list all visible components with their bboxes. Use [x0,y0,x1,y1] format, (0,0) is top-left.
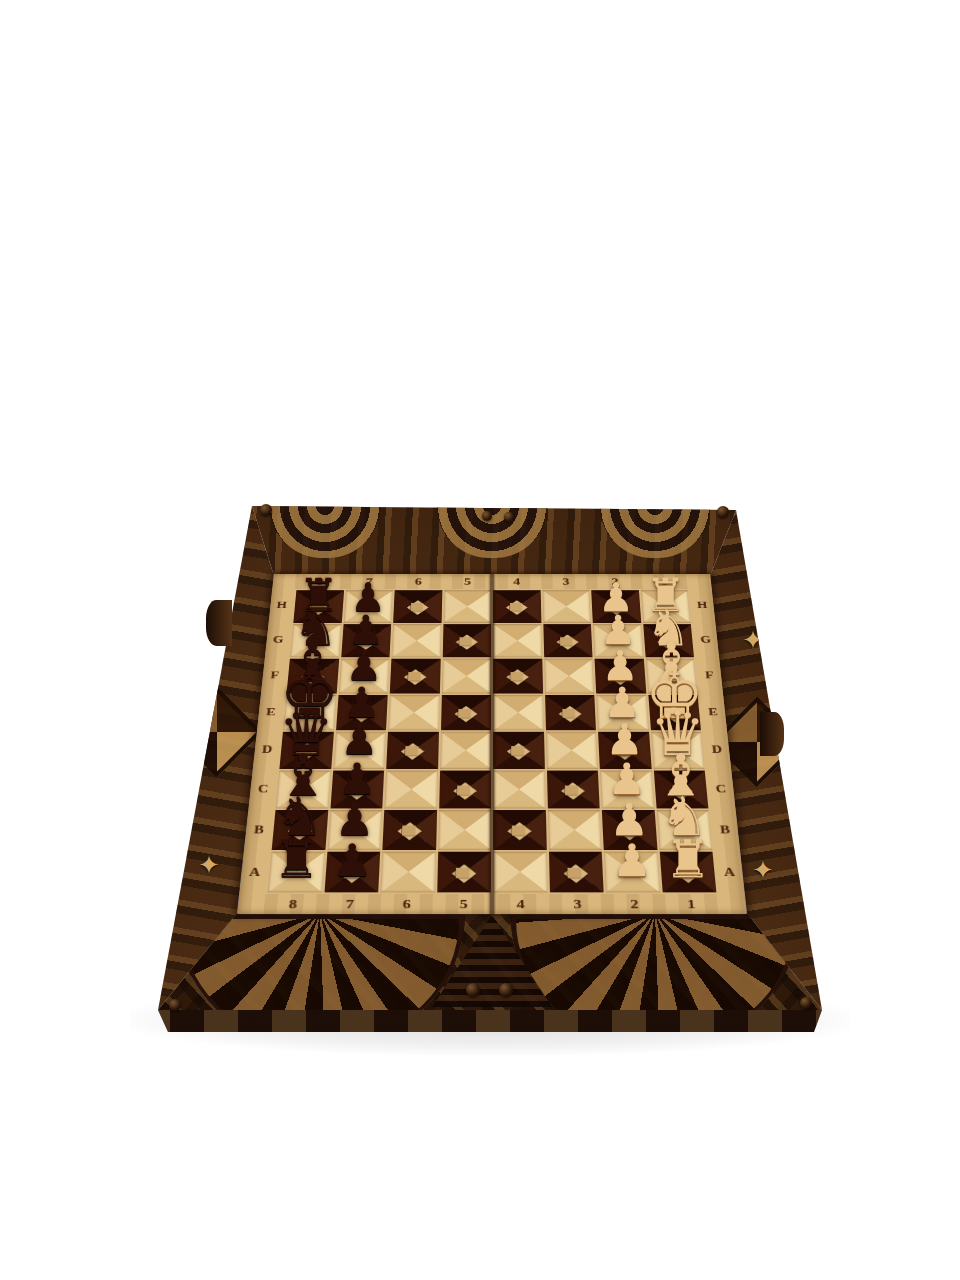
chess-board: 87654321H◆◆◆◆◆◆◆◆◆◆◆◆◆◆◆◆◆◆◆◆◆◆◆◆◆◆◆◆◆◆◆… [237,574,746,914]
border-corner [688,574,712,589]
hinge-knob [482,511,492,521]
square-h5 [443,590,491,622]
square-h4: ◆◆ [493,590,541,622]
file-label-left-C: C [249,770,278,810]
square-e4 [493,695,543,731]
border-corner [719,894,747,914]
file-label-right-A: A [715,851,745,894]
square-h2: ◆◆ [591,590,641,622]
file-label-right-F: F [696,658,723,694]
square-h6: ◆◆ [393,590,442,622]
border-corner [272,574,296,589]
carved-star-icon: ◆◆ [653,770,708,808]
file-label-right-E: E [699,694,727,731]
file-label-right-C: C [707,770,736,810]
square-f8: ◆◆ [287,659,339,694]
carved-star-icon: ◆◆ [543,624,593,657]
rank-label-bottom-5: 5 [435,894,492,914]
carved-arc-motif [270,506,380,558]
square-g4 [493,624,542,657]
file-label-left-D: D [253,731,281,770]
file-label-left-A: A [240,851,270,894]
square-h3 [542,590,591,622]
square-g1: ◆◆ [643,624,694,657]
frame-handle-notch-right [760,712,784,756]
carved-star-icon: ◆◆ [439,770,491,808]
hinge-knob [504,512,514,522]
square-b7 [327,810,382,850]
square-h1 [640,590,690,622]
square-c1: ◆◆ [653,770,708,808]
carved-star-icon: ◆◆ [548,851,603,892]
square-d6: ◆◆ [386,732,438,769]
file-label-left-B: B [244,810,273,851]
corner-peg [260,504,272,516]
square-d8: ◆◆ [279,732,333,769]
file-label-left-G: G [265,623,292,658]
carved-star-motif: ✦ [742,625,764,655]
square-b5 [438,810,491,850]
square-d1 [651,732,705,769]
carved-star-icon: ◆◆ [341,624,391,657]
carved-diamond-motif [172,687,263,778]
hinge-knob [499,983,513,997]
carved-star-icon: ◆◆ [591,590,641,622]
carved-star-motif: ✦ [752,855,774,885]
carved-star-icon: ◆◆ [336,695,388,731]
square-h8: ◆◆ [293,590,343,622]
square-f1 [645,659,697,694]
square-e6 [388,695,439,731]
rank-label-top-7: 7 [344,574,394,589]
carved-star-icon: ◆◆ [272,810,328,850]
square-c4 [493,770,545,808]
file-label-right-H: H [689,589,715,623]
square-g5: ◆◆ [442,624,491,657]
carved-star-icon: ◆◆ [595,659,646,694]
square-e2 [596,695,648,731]
square-g6 [391,624,441,657]
frame-handle-notch-left [206,600,232,646]
square-a5: ◆◆ [437,851,491,892]
square-c3: ◆◆ [546,770,599,808]
rank-label-top-2: 2 [590,574,640,589]
rank-label-bottom-4: 4 [492,894,549,914]
carved-star-icon: ◆◆ [437,851,491,892]
carved-star-icon: ◆◆ [324,851,380,892]
corner-peg [717,506,729,518]
carved-star-icon: ◆◆ [659,851,716,892]
file-label-left-E: E [257,694,285,731]
square-a1: ◆◆ [659,851,716,892]
hinge-knob [466,983,480,997]
square-f4: ◆◆ [493,659,543,694]
square-b6: ◆◆ [382,810,436,850]
rank-label-bottom-1: 1 [662,894,721,914]
square-a4 [493,851,547,892]
square-a3: ◆◆ [548,851,603,892]
square-c6 [384,770,437,808]
rank-label-top-3: 3 [541,574,591,589]
square-c2 [600,770,654,808]
square-c5: ◆◆ [439,770,491,808]
file-label-left-H: H [269,589,295,623]
carved-star-icon: ◆◆ [643,624,694,657]
carved-star-icon: ◆◆ [390,659,440,694]
carved-star-icon: ◆◆ [393,590,442,622]
rank-label-top-1: 1 [639,574,689,589]
carved-arc-motif [437,506,547,558]
square-a2 [604,851,660,892]
carved-star-icon: ◆◆ [287,659,339,694]
carved-star-icon: ◆◆ [442,624,491,657]
square-d4: ◆◆ [493,732,544,769]
rank-label-bottom-7: 7 [321,894,379,914]
corner-peg [800,997,812,1009]
product-photo-scene: ✦ ✦ ✦ ✦ 87654321H◆◆◆◆◆◆◆◆◆◆◆◆◆◆◆◆◆◆◆◆◆◆◆… [0,0,960,1280]
file-label-right-G: G [693,623,720,658]
square-f6: ◆◆ [390,659,440,694]
square-d7 [333,732,386,769]
file-label-right-D: D [703,731,731,770]
square-a8 [268,851,325,892]
square-f2: ◆◆ [595,659,646,694]
carved-star-icon: ◆◆ [648,695,701,731]
corner-peg [169,999,181,1011]
square-e8 [283,695,336,731]
square-h7 [343,590,393,622]
carved-star-icon: ◆◆ [386,732,438,769]
carved-star-icon: ◆◆ [493,732,544,769]
carved-star-icon: ◆◆ [382,810,436,850]
square-f5 [441,659,491,694]
rank-label-top-8: 8 [295,574,345,589]
square-d2: ◆◆ [598,732,651,769]
square-e1: ◆◆ [648,695,701,731]
rank-label-bottom-8: 8 [263,894,322,914]
rank-label-bottom-6: 6 [378,894,436,914]
square-g8 [290,624,341,657]
square-e7: ◆◆ [336,695,388,731]
square-e5: ◆◆ [441,695,491,731]
carved-star-icon: ◆◆ [293,590,343,622]
file-label-right-B: B [711,810,740,851]
carved-star-icon: ◆◆ [598,732,651,769]
carved-star-icon: ◆◆ [602,810,657,850]
square-f3 [544,659,594,694]
square-d3 [546,732,598,769]
folding-board-seam [490,574,494,914]
carved-star-icon: ◆◆ [493,659,543,694]
square-g7: ◆◆ [341,624,391,657]
carved-star-icon: ◆◆ [279,732,333,769]
square-b8: ◆◆ [272,810,328,850]
square-f7 [338,659,389,694]
square-a7: ◆◆ [324,851,380,892]
rank-label-bottom-2: 2 [605,894,663,914]
rank-label-top-5: 5 [443,574,492,589]
carved-star-icon: ◆◆ [493,810,546,850]
border-corner [237,894,265,914]
carved-star-icon: ◆◆ [441,695,491,731]
square-e3: ◆◆ [545,695,596,731]
carved-star-icon: ◆◆ [546,770,599,808]
square-b2: ◆◆ [602,810,657,850]
carved-star-icon: ◆◆ [545,695,596,731]
rank-label-top-4: 4 [492,574,541,589]
square-d5 [440,732,491,769]
file-label-left-F: F [261,658,288,694]
carved-star-icon: ◆◆ [330,770,384,808]
rank-label-top-6: 6 [393,574,443,589]
square-b3 [547,810,601,850]
square-c7: ◆◆ [330,770,384,808]
carved-star-motif: ✦ [198,850,220,880]
carved-arc-motif [600,506,710,558]
square-b1 [656,810,712,850]
square-b4: ◆◆ [493,810,546,850]
square-g3: ◆◆ [543,624,593,657]
square-a6 [380,851,435,892]
board-plane: 87654321H◆◆◆◆◆◆◆◆◆◆◆◆◆◆◆◆◆◆◆◆◆◆◆◆◆◆◆◆◆◆◆… [237,574,746,914]
rank-label-bottom-3: 3 [549,894,607,914]
square-g2 [593,624,643,657]
square-c8 [276,770,331,808]
carved-star-icon: ◆◆ [493,590,541,622]
